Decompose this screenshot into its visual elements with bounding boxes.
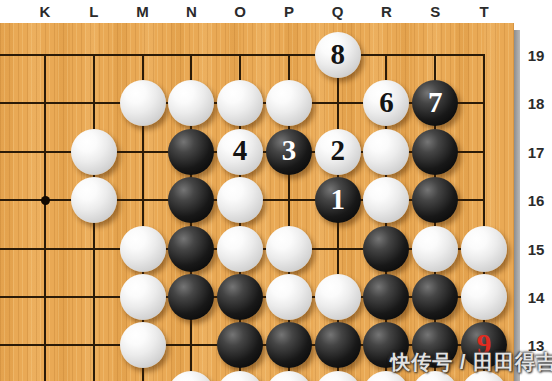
column-labels: KLMNOPQRST [0, 0, 552, 23]
column-label: O [234, 3, 246, 20]
row-label: 16 [528, 192, 545, 209]
board-right-shadow [514, 30, 520, 381]
stone-t15 [461, 226, 507, 272]
stone-m14 [120, 274, 166, 320]
go-board: 86743219 [0, 23, 514, 381]
stone-q14 [315, 274, 361, 320]
stone-s18: 7 [412, 80, 458, 126]
row-label: 15 [528, 240, 545, 257]
move-number: 8 [330, 40, 345, 71]
stone-m18 [120, 80, 166, 126]
stone-o13 [217, 322, 263, 368]
stone-l17 [71, 129, 117, 175]
column-label: L [89, 3, 98, 20]
stone-p14 [266, 274, 312, 320]
column-label: Q [332, 3, 344, 20]
move-number: 3 [282, 136, 297, 167]
column-label: K [40, 3, 51, 20]
stone-n12 [168, 371, 214, 381]
stone-r16 [363, 177, 409, 223]
stone-r17 [363, 129, 409, 175]
stone-r14 [363, 274, 409, 320]
column-label: M [136, 3, 149, 20]
watermark-text: 快传号 / 田田得吉 [390, 349, 552, 376]
stone-o14 [217, 274, 263, 320]
column-label: P [284, 3, 294, 20]
go-diagram: KLMNOPQRST 86743219 19181716151413 快传号 /… [0, 0, 552, 381]
move-number: 4 [233, 136, 248, 167]
stone-n14 [168, 274, 214, 320]
row-label: 14 [528, 289, 545, 306]
stone-n18 [168, 80, 214, 126]
stone-m15 [120, 226, 166, 272]
stone-n15 [168, 226, 214, 272]
stone-r15 [363, 226, 409, 272]
move-number: 7 [428, 88, 443, 119]
stone-o18 [217, 80, 263, 126]
stone-p17: 3 [266, 129, 312, 175]
stone-s14 [412, 274, 458, 320]
stone-s15 [412, 226, 458, 272]
stone-l16 [71, 177, 117, 223]
stone-o12 [217, 371, 263, 381]
stone-q17: 2 [315, 129, 361, 175]
column-label: T [479, 3, 488, 20]
grid-hline [0, 54, 485, 56]
move-number: 2 [330, 136, 345, 167]
stone-o17: 4 [217, 129, 263, 175]
stone-m13 [120, 322, 166, 368]
move-number: 6 [379, 88, 394, 119]
stone-p12 [266, 371, 312, 381]
stone-p18 [266, 80, 312, 126]
stone-o15 [217, 226, 263, 272]
stone-s17 [412, 129, 458, 175]
column-label: R [381, 3, 392, 20]
stone-q12 [315, 371, 361, 381]
move-number: 1 [330, 185, 345, 216]
stone-q13 [315, 322, 361, 368]
row-label: 17 [528, 143, 545, 160]
stone-p13 [266, 322, 312, 368]
stone-s16 [412, 177, 458, 223]
row-label: 19 [528, 47, 545, 64]
stone-q19: 8 [315, 32, 361, 78]
stone-r18: 6 [363, 80, 409, 126]
star-point [41, 196, 50, 205]
stone-t14 [461, 274, 507, 320]
stone-o16 [217, 177, 263, 223]
stone-q16: 1 [315, 177, 361, 223]
column-label: N [186, 3, 197, 20]
stone-n17 [168, 129, 214, 175]
stone-p15 [266, 226, 312, 272]
column-label: S [430, 3, 440, 20]
stone-n16 [168, 177, 214, 223]
row-label: 18 [528, 95, 545, 112]
